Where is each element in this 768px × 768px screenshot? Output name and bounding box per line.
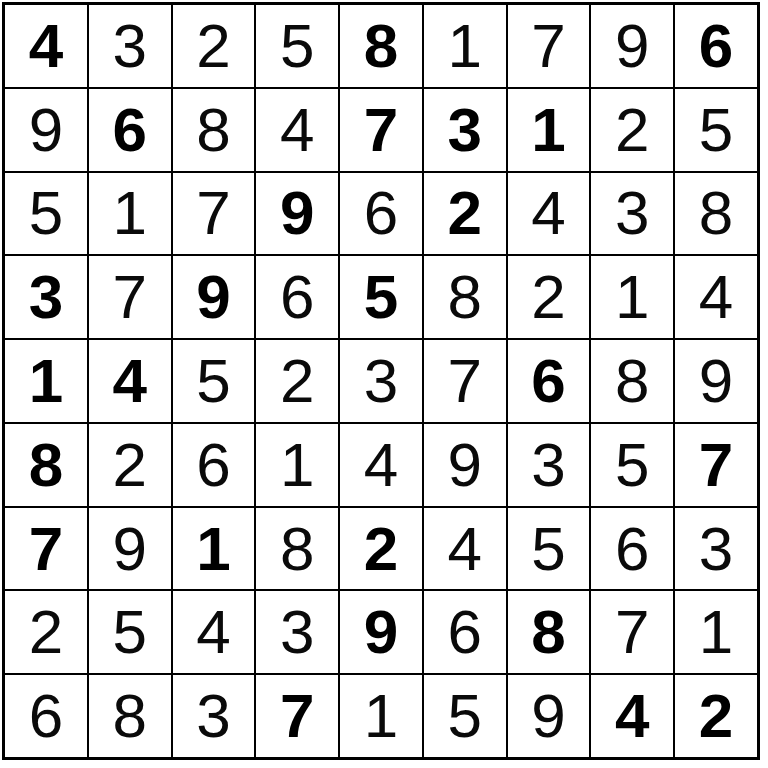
given-digit: 7 [364, 99, 398, 161]
solved-digit: 1 [364, 685, 398, 747]
cell-r3c5[interactable]: 6 [340, 173, 422, 255]
cell-r4c8[interactable]: 1 [591, 256, 673, 338]
solved-digit: 3 [280, 601, 314, 663]
cell-r5c6[interactable]: 7 [424, 340, 506, 422]
cell-r9c3[interactable]: 3 [173, 675, 255, 757]
solved-digit: 5 [112, 601, 146, 663]
cell-r8c3[interactable]: 4 [173, 591, 255, 673]
given-digit: 5 [364, 266, 398, 328]
cell-r8c4[interactable]: 3 [256, 591, 338, 673]
cell-r3c9[interactable]: 8 [675, 173, 757, 255]
cell-r9c8[interactable]: 4 [591, 675, 673, 757]
cell-r4c3[interactable]: 9 [173, 256, 255, 338]
solved-digit: 2 [615, 99, 649, 161]
solved-digit: 1 [112, 182, 146, 244]
cell-r9c7[interactable]: 9 [508, 675, 590, 757]
solved-digit: 9 [531, 685, 565, 747]
solved-digit: 8 [280, 518, 314, 580]
solved-digit: 7 [531, 15, 565, 77]
cell-r6c9[interactable]: 7 [675, 424, 757, 506]
solved-digit: 2 [196, 15, 230, 77]
cell-r7c2[interactable]: 9 [89, 508, 171, 590]
solved-digit: 4 [196, 601, 230, 663]
solved-digit: 5 [448, 685, 482, 747]
cell-r8c9[interactable]: 1 [675, 591, 757, 673]
solved-digit: 9 [699, 350, 733, 412]
solved-digit: 3 [615, 182, 649, 244]
solved-digit: 8 [615, 350, 649, 412]
solved-digit: 6 [280, 266, 314, 328]
cell-r7c8[interactable]: 6 [591, 508, 673, 590]
cell-r8c8[interactable]: 7 [591, 591, 673, 673]
solved-digit: 2 [112, 434, 146, 496]
cell-r1c4[interactable]: 5 [256, 5, 338, 87]
given-digit: 3 [29, 266, 63, 328]
given-digit: 6 [699, 15, 733, 77]
given-digit: 8 [531, 601, 565, 663]
given-digit: 7 [699, 434, 733, 496]
cell-r1c9[interactable]: 6 [675, 5, 757, 87]
cell-r9c5[interactable]: 1 [340, 675, 422, 757]
cell-r9c4[interactable]: 7 [256, 675, 338, 757]
given-digit: 4 [29, 15, 63, 77]
cell-r4c9[interactable]: 4 [675, 256, 757, 338]
solved-digit: 8 [699, 182, 733, 244]
cell-r2c2[interactable]: 6 [89, 89, 171, 171]
cell-r3c6[interactable]: 2 [424, 173, 506, 255]
solved-digit: 4 [280, 99, 314, 161]
given-digit: 6 [112, 99, 146, 161]
cell-r4c5[interactable]: 5 [340, 256, 422, 338]
given-digit: 2 [448, 182, 482, 244]
solved-digit: 3 [699, 518, 733, 580]
cell-r2c7[interactable]: 1 [508, 89, 590, 171]
solved-digit: 6 [29, 685, 63, 747]
cell-r6c2[interactable]: 2 [89, 424, 171, 506]
cell-r8c1[interactable]: 2 [5, 591, 87, 673]
given-digit: 1 [29, 350, 63, 412]
cell-r5c4[interactable]: 2 [256, 340, 338, 422]
given-digit: 1 [196, 518, 230, 580]
solved-digit: 8 [112, 685, 146, 747]
cell-r5c3[interactable]: 5 [173, 340, 255, 422]
cell-r1c6[interactable]: 1 [424, 5, 506, 87]
given-digit: 8 [29, 434, 63, 496]
cell-r3c3[interactable]: 7 [173, 173, 255, 255]
solved-digit: 7 [112, 266, 146, 328]
cell-r2c1[interactable]: 9 [5, 89, 87, 171]
solved-digit: 2 [531, 266, 565, 328]
cell-r3c1[interactable]: 5 [5, 173, 87, 255]
solved-digit: 3 [196, 685, 230, 747]
cell-r8c2[interactable]: 5 [89, 591, 171, 673]
cell-r6c5[interactable]: 4 [340, 424, 422, 506]
given-digit: 4 [615, 685, 649, 747]
given-digit: 9 [196, 266, 230, 328]
cell-r7c3[interactable]: 1 [173, 508, 255, 590]
solved-digit: 3 [364, 350, 398, 412]
cell-r2c8[interactable]: 2 [591, 89, 673, 171]
solved-digit: 4 [531, 182, 565, 244]
solved-digit: 8 [196, 99, 230, 161]
cell-r2c3[interactable]: 8 [173, 89, 255, 171]
given-digit: 8 [364, 15, 398, 77]
cell-r2c5[interactable]: 7 [340, 89, 422, 171]
cell-r9c9[interactable]: 2 [675, 675, 757, 757]
solved-digit: 1 [280, 434, 314, 496]
cell-r7c5[interactable]: 2 [340, 508, 422, 590]
solved-digit: 9 [615, 15, 649, 77]
cell-r1c2[interactable]: 3 [89, 5, 171, 87]
cell-r5c2[interactable]: 4 [89, 340, 171, 422]
given-digit: 9 [280, 182, 314, 244]
solved-digit: 1 [615, 266, 649, 328]
solved-digit: 5 [280, 15, 314, 77]
cell-r3c4[interactable]: 9 [256, 173, 338, 255]
cell-r7c9[interactable]: 3 [675, 508, 757, 590]
cell-r6c4[interactable]: 1 [256, 424, 338, 506]
cell-r2c9[interactable]: 5 [675, 89, 757, 171]
cell-r4c1[interactable]: 3 [5, 256, 87, 338]
solved-digit: 7 [448, 350, 482, 412]
cell-r9c6[interactable]: 5 [424, 675, 506, 757]
cell-r5c1[interactable]: 1 [5, 340, 87, 422]
cell-r8c7[interactable]: 8 [508, 591, 590, 673]
cell-r3c7[interactable]: 4 [508, 173, 590, 255]
cell-r1c3[interactable]: 2 [173, 5, 255, 87]
given-digit: 1 [531, 99, 565, 161]
given-digit: 3 [448, 99, 482, 161]
solved-digit: 3 [112, 15, 146, 77]
cell-r4c6[interactable]: 8 [424, 256, 506, 338]
solved-digit: 3 [531, 434, 565, 496]
solved-digit: 1 [448, 15, 482, 77]
cell-r6c7[interactable]: 3 [508, 424, 590, 506]
given-digit: 4 [112, 350, 146, 412]
cell-r5c5[interactable]: 3 [340, 340, 422, 422]
cell-r1c1[interactable]: 4 [5, 5, 87, 87]
solved-digit: 6 [364, 182, 398, 244]
solved-digit: 6 [448, 601, 482, 663]
solved-digit: 6 [196, 434, 230, 496]
cell-r1c7[interactable]: 7 [508, 5, 590, 87]
given-digit: 2 [364, 518, 398, 580]
solved-digit: 7 [196, 182, 230, 244]
sudoku-board: 4325817969684731255179624383796582141452… [2, 2, 760, 760]
given-digit: 2 [699, 685, 733, 747]
given-digit: 7 [29, 518, 63, 580]
cell-r6c6[interactable]: 9 [424, 424, 506, 506]
cell-r9c2[interactable]: 8 [89, 675, 171, 757]
cell-r7c1[interactable]: 7 [5, 508, 87, 590]
cell-r5c8[interactable]: 8 [591, 340, 673, 422]
solved-digit: 5 [699, 99, 733, 161]
solved-digit: 9 [112, 518, 146, 580]
solved-digit: 7 [615, 601, 649, 663]
cell-r1c8[interactable]: 9 [591, 5, 673, 87]
solved-digit: 5 [531, 518, 565, 580]
solved-digit: 5 [196, 350, 230, 412]
solved-digit: 4 [364, 434, 398, 496]
solved-digit: 9 [448, 434, 482, 496]
solved-digit: 8 [448, 266, 482, 328]
cell-r1c5[interactable]: 8 [340, 5, 422, 87]
solved-digit: 2 [29, 601, 63, 663]
solved-digit: 2 [280, 350, 314, 412]
cell-r5c7[interactable]: 6 [508, 340, 590, 422]
cell-r4c7[interactable]: 2 [508, 256, 590, 338]
cell-r2c4[interactable]: 4 [256, 89, 338, 171]
cell-r6c8[interactable]: 5 [591, 424, 673, 506]
cell-r7c4[interactable]: 8 [256, 508, 338, 590]
cell-r9c1[interactable]: 6 [5, 675, 87, 757]
solved-digit: 1 [699, 601, 733, 663]
solved-digit: 4 [699, 266, 733, 328]
cell-r4c4[interactable]: 6 [256, 256, 338, 338]
solved-digit: 4 [448, 518, 482, 580]
cell-r4c2[interactable]: 7 [89, 256, 171, 338]
solved-digit: 5 [615, 434, 649, 496]
cell-r6c3[interactable]: 6 [173, 424, 255, 506]
solved-digit: 6 [615, 518, 649, 580]
cell-r7c6[interactable]: 4 [424, 508, 506, 590]
cell-r8c6[interactable]: 6 [424, 591, 506, 673]
cell-r3c2[interactable]: 1 [89, 173, 171, 255]
cell-r2c6[interactable]: 3 [424, 89, 506, 171]
given-digit: 7 [280, 685, 314, 747]
cell-r7c7[interactable]: 5 [508, 508, 590, 590]
solved-digit: 9 [29, 99, 63, 161]
given-digit: 6 [531, 350, 565, 412]
given-digit: 9 [364, 601, 398, 663]
solved-digit: 5 [29, 182, 63, 244]
cell-r6c1[interactable]: 8 [5, 424, 87, 506]
cell-r5c9[interactable]: 9 [675, 340, 757, 422]
cell-r3c8[interactable]: 3 [591, 173, 673, 255]
cell-r8c5[interactable]: 9 [340, 591, 422, 673]
